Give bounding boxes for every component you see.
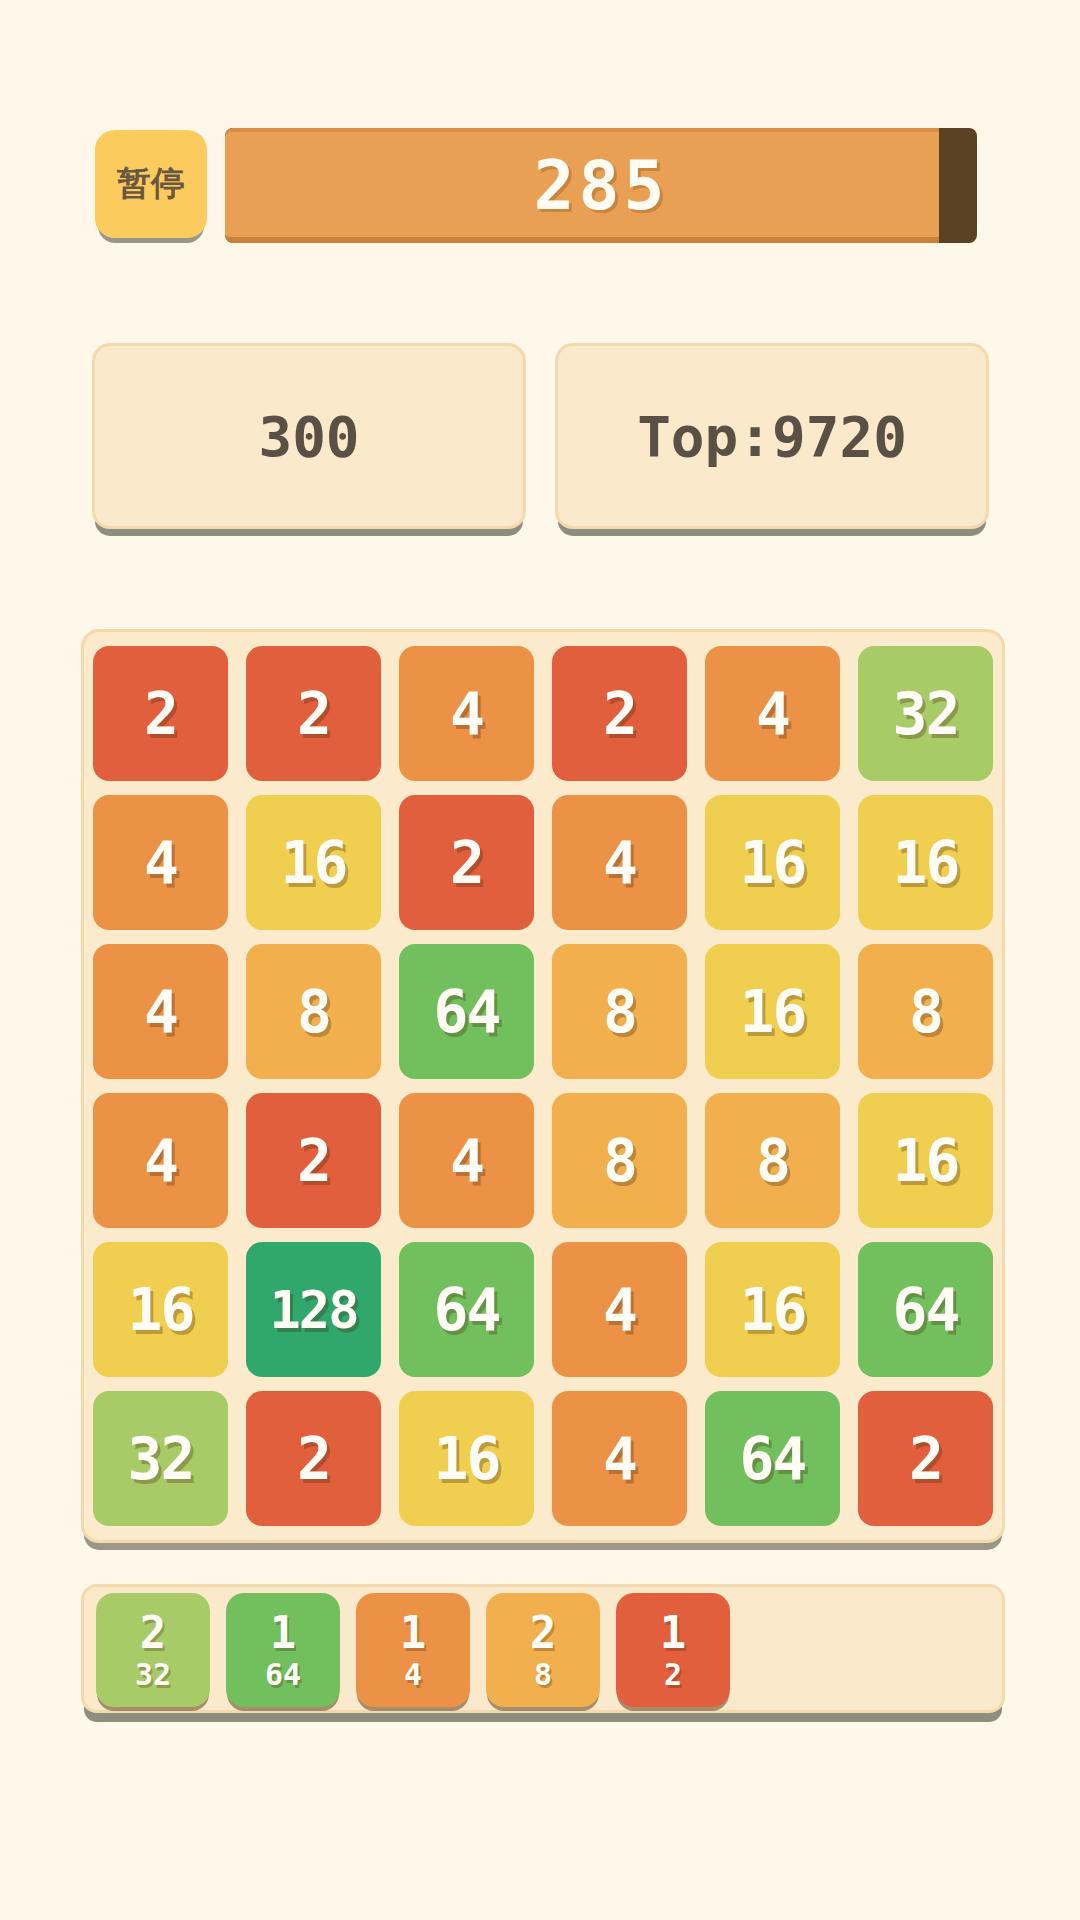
board-tile-r1c3[interactable]: 4 bbox=[399, 646, 534, 781]
board-tile-r3c4[interactable]: 8 bbox=[552, 944, 687, 1079]
board-tile-r6c5[interactable]: 64 bbox=[705, 1391, 840, 1526]
queue-tile-value: 4 bbox=[404, 1658, 422, 1691]
board-tile-r5c6[interactable]: 64 bbox=[858, 1242, 993, 1377]
board-tile-r5c4[interactable]: 4 bbox=[552, 1242, 687, 1377]
board-tile-r1c1[interactable]: 2 bbox=[93, 646, 228, 781]
queue-tile-8[interactable]: 28 bbox=[486, 1593, 600, 1707]
board-tile-r4c6[interactable]: 16 bbox=[858, 1093, 993, 1228]
tile-queue-panel: 232164142812 bbox=[81, 1584, 1005, 1713]
board-tile-r3c5[interactable]: 16 bbox=[705, 944, 840, 1079]
board-tile-r5c2[interactable]: 128 bbox=[246, 1242, 381, 1377]
board-tile-r1c6[interactable]: 32 bbox=[858, 646, 993, 781]
board-tile-r6c3[interactable]: 16 bbox=[399, 1391, 534, 1526]
board-tile-r2c4[interactable]: 4 bbox=[552, 795, 687, 930]
board-tile-r6c4[interactable]: 4 bbox=[552, 1391, 687, 1526]
timer-progress-bar: 285 bbox=[225, 128, 977, 243]
timer-value: 285 bbox=[225, 128, 977, 243]
board-tile-r2c3[interactable]: 2 bbox=[399, 795, 534, 930]
queue-tile-value: 2 bbox=[664, 1658, 682, 1691]
top-score-panel: Top:9720 bbox=[555, 343, 989, 529]
queue-tile-value: 32 bbox=[135, 1658, 171, 1691]
top-score-value: Top:9720 bbox=[637, 404, 907, 469]
board-tile-r1c2[interactable]: 2 bbox=[246, 646, 381, 781]
game-screen: 暂停 285 300 Top:9720 22424324162416164864… bbox=[0, 0, 1080, 1920]
game-board[interactable]: 2242432416241616486481684248816161286441… bbox=[81, 629, 1005, 1543]
board-tile-r4c1[interactable]: 4 bbox=[93, 1093, 228, 1228]
queue-tile-count: 1 bbox=[270, 1609, 297, 1657]
queue-tile-count: 2 bbox=[140, 1609, 167, 1657]
board-tile-r4c4[interactable]: 8 bbox=[552, 1093, 687, 1228]
board-tile-r3c3[interactable]: 64 bbox=[399, 944, 534, 1079]
queue-tile-count: 2 bbox=[530, 1609, 557, 1657]
queue-tile-count: 1 bbox=[400, 1609, 427, 1657]
queue-tile-value: 64 bbox=[265, 1658, 301, 1691]
queue-tile-value: 8 bbox=[534, 1658, 552, 1691]
board-tile-r6c6[interactable]: 2 bbox=[858, 1391, 993, 1526]
pause-button[interactable]: 暂停 bbox=[95, 130, 207, 238]
board-tile-r2c5[interactable]: 16 bbox=[705, 795, 840, 930]
current-score-value: 300 bbox=[258, 404, 359, 469]
board-tile-r1c4[interactable]: 2 bbox=[552, 646, 687, 781]
board-tile-r2c2[interactable]: 16 bbox=[246, 795, 381, 930]
current-score-panel: 300 bbox=[92, 343, 526, 529]
board-tile-r5c1[interactable]: 16 bbox=[93, 1242, 228, 1377]
queue-tile-2[interactable]: 12 bbox=[616, 1593, 730, 1707]
board-tile-r4c3[interactable]: 4 bbox=[399, 1093, 534, 1228]
board-tile-r5c3[interactable]: 64 bbox=[399, 1242, 534, 1377]
queue-tile-32[interactable]: 232 bbox=[96, 1593, 210, 1707]
board-tile-r3c2[interactable]: 8 bbox=[246, 944, 381, 1079]
board-tile-r3c1[interactable]: 4 bbox=[93, 944, 228, 1079]
queue-tile-64[interactable]: 164 bbox=[226, 1593, 340, 1707]
board-tile-r3c6[interactable]: 8 bbox=[858, 944, 993, 1079]
board-tile-r4c2[interactable]: 2 bbox=[246, 1093, 381, 1228]
board-tile-r6c2[interactable]: 2 bbox=[246, 1391, 381, 1526]
queue-tile-4[interactable]: 14 bbox=[356, 1593, 470, 1707]
board-tile-r2c6[interactable]: 16 bbox=[858, 795, 993, 930]
board-tile-r6c1[interactable]: 32 bbox=[93, 1391, 228, 1526]
board-tile-r1c5[interactable]: 4 bbox=[705, 646, 840, 781]
board-tile-r5c5[interactable]: 16 bbox=[705, 1242, 840, 1377]
queue-tile-count: 1 bbox=[660, 1609, 687, 1657]
board-tile-r2c1[interactable]: 4 bbox=[93, 795, 228, 930]
board-tile-r4c5[interactable]: 8 bbox=[705, 1093, 840, 1228]
